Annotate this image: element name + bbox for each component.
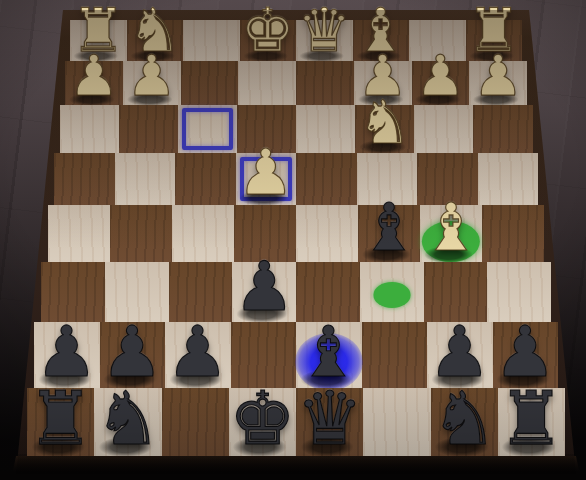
board-row-rank-8: ♜♞♚♛♞♜	[27, 388, 565, 456]
square-a5[interactable]	[482, 205, 544, 262]
square-d2[interactable]	[296, 61, 354, 105]
square-d5[interactable]	[296, 205, 358, 262]
white-pawn-b2[interactable]: ♟	[415, 48, 465, 104]
square-e8[interactable]: ♚	[229, 388, 296, 456]
white-knight-c3[interactable]: ♞	[358, 92, 412, 152]
square-h3[interactable]	[60, 105, 119, 153]
black-rook-a8[interactable]: ♜	[498, 381, 564, 455]
square-g8[interactable]: ♞	[94, 388, 161, 456]
square-b3[interactable]	[414, 105, 473, 153]
square-b5[interactable]: ♝	[420, 205, 482, 262]
square-c3[interactable]: ♞	[355, 105, 414, 153]
black-pawn-f7[interactable]: ♟	[166, 317, 229, 387]
square-c7[interactable]	[362, 322, 428, 388]
square-f1[interactable]	[183, 20, 240, 61]
last-move-from-highlight	[182, 108, 233, 149]
square-f7[interactable]: ♟	[165, 322, 231, 388]
board-row-rank-3: ♞	[60, 105, 533, 153]
square-c6[interactable]	[360, 262, 424, 322]
square-d4[interactable]	[296, 153, 357, 205]
square-a4[interactable]	[478, 153, 539, 205]
black-bishop-c5[interactable]: ♝	[359, 195, 418, 261]
chess-app-screen: ♜♞♚♛♝♜♟♟♟♟♟♞♟♝♝♟♟♟♟♝♟♟♜♞♚♛♞♜	[0, 0, 586, 480]
square-g4[interactable]	[115, 153, 176, 205]
board-row-rank-2: ♟♟♟♟♟	[65, 61, 527, 105]
square-c5[interactable]: ♝	[358, 205, 420, 262]
board-row-rank-5: ♝♝	[48, 205, 544, 262]
square-e6[interactable]: ♟	[232, 262, 296, 322]
square-f4[interactable]	[175, 153, 236, 205]
square-h8[interactable]: ♜	[27, 388, 94, 456]
white-king-e1[interactable]: ♚	[241, 0, 295, 60]
square-g3[interactable]	[119, 105, 178, 153]
black-queen-d8[interactable]: ♛	[296, 381, 362, 455]
white-pawn-a2[interactable]: ♟	[473, 48, 523, 104]
square-d8[interactable]: ♛	[296, 388, 363, 456]
white-pawn-h2[interactable]: ♟	[69, 48, 119, 104]
square-f3[interactable]	[178, 105, 237, 153]
square-f2[interactable]	[181, 61, 239, 105]
square-h4[interactable]	[54, 153, 115, 205]
white-bishop-b5[interactable]: ♝	[421, 195, 480, 261]
square-h2[interactable]: ♟	[65, 61, 123, 105]
white-pawn-e4[interactable]: ♟	[238, 141, 294, 204]
square-d3[interactable]	[296, 105, 355, 153]
black-knight-b8[interactable]: ♞	[431, 381, 497, 455]
white-pawn-g2[interactable]: ♟	[127, 48, 177, 104]
white-queen-d1[interactable]: ♛	[297, 0, 351, 60]
black-rook-h8[interactable]: ♜	[27, 381, 93, 455]
square-a3[interactable]	[473, 105, 532, 153]
square-g5[interactable]	[110, 205, 172, 262]
square-a2[interactable]: ♟	[469, 61, 527, 105]
square-f5[interactable]	[172, 205, 234, 262]
square-e1[interactable]: ♚	[240, 20, 297, 61]
square-b8[interactable]: ♞	[431, 388, 498, 456]
square-a8[interactable]: ♜	[498, 388, 565, 456]
square-g2[interactable]: ♟	[123, 61, 181, 105]
black-pawn-e6[interactable]: ♟	[234, 253, 295, 321]
black-knight-g8[interactable]: ♞	[95, 381, 161, 455]
square-e4[interactable]: ♟	[236, 153, 297, 205]
legal-move-dot	[373, 282, 410, 307]
square-e2[interactable]	[238, 61, 296, 105]
square-c8[interactable]	[363, 388, 430, 456]
black-king-e8[interactable]: ♚	[229, 381, 295, 455]
square-d1[interactable]: ♛	[296, 20, 353, 61]
square-h5[interactable]	[48, 205, 110, 262]
square-b2[interactable]: ♟	[412, 61, 470, 105]
square-f8[interactable]	[162, 388, 229, 456]
